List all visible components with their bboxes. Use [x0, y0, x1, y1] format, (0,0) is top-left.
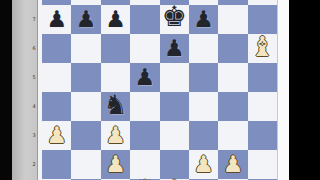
square-c2[interactable]: ♟ [101, 150, 130, 179]
square-f7[interactable]: ♟ [189, 5, 218, 34]
piece-black-pawn-e6[interactable]: ♟ [164, 37, 185, 60]
square-h1[interactable]: ♜ [248, 179, 277, 180]
square-g1[interactable] [218, 179, 247, 180]
square-a7[interactable]: ♟ [42, 5, 71, 34]
square-f4[interactable] [189, 92, 218, 121]
piece-white-rook-a1[interactable]: ♜ [45, 179, 68, 180]
piece-white-king-e1[interactable]: ♚ [162, 177, 187, 180]
square-b5[interactable] [71, 63, 100, 92]
square-e7[interactable]: ♚ [160, 5, 189, 34]
rank-label-6: 6 [30, 45, 38, 51]
square-e6[interactable]: ♟ [160, 34, 189, 63]
square-f6[interactable] [189, 34, 218, 63]
square-d6[interactable] [130, 34, 159, 63]
square-e1[interactable]: ♚ [160, 179, 189, 180]
square-a6[interactable] [42, 34, 71, 63]
piece-white-queen-d1[interactable]: ♛ [132, 177, 157, 180]
square-d1[interactable]: ♛ [130, 179, 159, 180]
square-g6[interactable] [218, 34, 247, 63]
rank-label-2: 2 [30, 161, 38, 167]
piece-black-pawn-c7[interactable]: ♟ [105, 8, 126, 31]
square-d4[interactable] [130, 92, 159, 121]
right-white-margin [277, 0, 289, 180]
square-d5[interactable]: ♟ [130, 63, 159, 92]
square-f3[interactable] [189, 121, 218, 150]
chess-board[interactable]: ♜♝♜♟♟♟♚♟♟♝♟♞♟♟♟♟♟♜♛♚♜ [42, 0, 277, 180]
square-f1[interactable] [189, 179, 218, 180]
square-c3[interactable]: ♟ [101, 121, 130, 150]
square-g7[interactable] [218, 5, 247, 34]
square-b7[interactable]: ♟ [71, 5, 100, 34]
piece-white-pawn-f2[interactable]: ♟ [193, 153, 214, 176]
square-a1[interactable]: ♜ [42, 179, 71, 180]
side-panel [12, 0, 38, 180]
right-black-bar [289, 0, 320, 180]
piece-black-pawn-b7[interactable]: ♟ [76, 8, 97, 31]
square-a4[interactable] [42, 92, 71, 121]
square-h3[interactable] [248, 121, 277, 150]
piece-white-bishop-h6[interactable]: ♝ [250, 33, 274, 60]
rank-label-7: 7 [30, 16, 38, 22]
square-c5[interactable] [101, 63, 130, 92]
video-frame: 87654321 ♜♝♜♟♟♟♚♟♟♝♟♞♟♟♟♟♟♜♛♚♜ [0, 0, 320, 180]
square-b2[interactable] [71, 150, 100, 179]
square-a5[interactable] [42, 63, 71, 92]
square-e5[interactable] [160, 63, 189, 92]
rank-label-5: 5 [30, 74, 38, 80]
square-h2[interactable] [248, 150, 277, 179]
piece-white-pawn-g2[interactable]: ♟ [223, 153, 244, 176]
square-e3[interactable] [160, 121, 189, 150]
square-g4[interactable] [218, 92, 247, 121]
square-a2[interactable] [42, 150, 71, 179]
board-viewport: ♜♝♜♟♟♟♚♟♟♝♟♞♟♟♟♟♟♜♛♚♜ [42, 0, 277, 180]
piece-black-knight-c4[interactable]: ♞ [103, 91, 127, 118]
square-b6[interactable] [71, 34, 100, 63]
square-e4[interactable] [160, 92, 189, 121]
square-d3[interactable] [130, 121, 159, 150]
square-b3[interactable] [71, 121, 100, 150]
square-g5[interactable] [218, 63, 247, 92]
square-a3[interactable]: ♟ [42, 121, 71, 150]
piece-black-bishop-d8[interactable]: ♝ [133, 0, 157, 2]
piece-white-pawn-c2[interactable]: ♟ [105, 153, 126, 176]
square-d7[interactable] [130, 5, 159, 34]
rank-label-4: 4 [30, 103, 38, 109]
piece-black-pawn-f7[interactable]: ♟ [193, 8, 214, 31]
left-black-bar [0, 0, 12, 180]
square-h5[interactable] [248, 63, 277, 92]
piece-white-rook-h1[interactable]: ♜ [251, 179, 274, 180]
square-c6[interactable] [101, 34, 130, 63]
square-h4[interactable] [248, 92, 277, 121]
piece-black-rook-b8[interactable]: ♜ [74, 0, 97, 2]
square-f2[interactable]: ♟ [189, 150, 218, 179]
square-b1[interactable] [71, 179, 100, 180]
square-c4[interactable]: ♞ [101, 92, 130, 121]
square-b4[interactable] [71, 92, 100, 121]
square-g3[interactable] [218, 121, 247, 150]
square-h6[interactable]: ♝ [248, 34, 277, 63]
piece-white-pawn-a3[interactable]: ♟ [46, 124, 67, 147]
square-c1[interactable] [101, 179, 130, 180]
piece-black-king-e7[interactable]: ♚ [162, 3, 187, 31]
square-f5[interactable] [189, 63, 218, 92]
rank-label-3: 3 [30, 132, 38, 138]
piece-black-pawn-d5[interactable]: ♟ [135, 66, 156, 89]
piece-black-rook-f8[interactable]: ♜ [192, 0, 215, 2]
piece-white-pawn-c3[interactable]: ♟ [105, 124, 126, 147]
square-c7[interactable]: ♟ [101, 5, 130, 34]
piece-black-pawn-a7[interactable]: ♟ [46, 8, 67, 31]
square-h7[interactable] [248, 5, 277, 34]
square-g2[interactable]: ♟ [218, 150, 247, 179]
